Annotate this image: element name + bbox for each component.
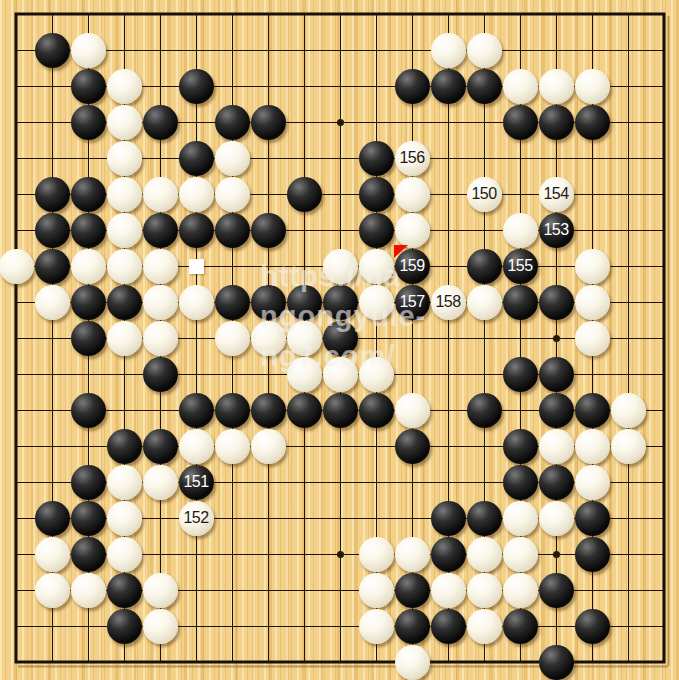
stone-white	[35, 537, 70, 572]
stone-black: 155	[503, 249, 538, 284]
stone-black	[71, 501, 106, 536]
stone-black	[395, 573, 430, 608]
stone-white: 154	[539, 177, 574, 212]
stone-black	[179, 393, 214, 428]
stone-white	[215, 177, 250, 212]
stone-white	[323, 357, 358, 392]
stone-white	[575, 285, 610, 320]
stone-black	[431, 609, 466, 644]
stone-white	[503, 537, 538, 572]
stone-black	[107, 609, 142, 644]
stone-white	[143, 609, 178, 644]
move-number-label: 157	[399, 294, 424, 310]
stone-white	[215, 429, 250, 464]
stone-black	[503, 285, 538, 320]
stone-black	[287, 393, 322, 428]
stone-black	[503, 105, 538, 140]
stone-white	[395, 393, 430, 428]
move-number-label: 152	[183, 510, 208, 526]
stone-black	[467, 249, 502, 284]
stone-black	[575, 393, 610, 428]
stone-black	[431, 69, 466, 104]
stone-white	[287, 321, 322, 356]
stone-black	[395, 609, 430, 644]
stone-black	[467, 69, 502, 104]
stone-white	[539, 501, 574, 536]
stone-black	[575, 105, 610, 140]
stone-white: 150	[467, 177, 502, 212]
stone-black	[323, 393, 358, 428]
move-number-label: 156	[399, 150, 424, 166]
stone-white	[575, 429, 610, 464]
stone-white	[251, 429, 286, 464]
stone-white	[359, 537, 394, 572]
stone-white	[359, 609, 394, 644]
stone-white	[143, 321, 178, 356]
stone-white	[0, 249, 34, 284]
stone-white	[431, 33, 466, 68]
stone-white: 156	[395, 141, 430, 176]
stone-black	[179, 141, 214, 176]
stone-white	[143, 285, 178, 320]
move-number-label: 151	[183, 474, 208, 490]
stone-black	[575, 501, 610, 536]
stone-black	[467, 501, 502, 536]
stone-white	[107, 105, 142, 140]
stone-black	[71, 177, 106, 212]
stone-white	[107, 321, 142, 356]
stone-white	[179, 177, 214, 212]
stone-white	[575, 69, 610, 104]
stone-white	[107, 213, 142, 248]
stone-black	[251, 285, 286, 320]
stone-black	[179, 213, 214, 248]
stone-black	[359, 213, 394, 248]
stone-white	[107, 465, 142, 500]
stone-black	[539, 645, 574, 680]
stone-black	[539, 573, 574, 608]
stone-white	[359, 357, 394, 392]
stone-black	[215, 105, 250, 140]
stone-white	[395, 645, 430, 680]
stone-white	[35, 285, 70, 320]
stone-black	[323, 321, 358, 356]
stone-black: 153	[539, 213, 574, 248]
stone-black: 151	[179, 465, 214, 500]
stone-black	[71, 69, 106, 104]
stone-white	[359, 249, 394, 284]
stone-black	[71, 393, 106, 428]
stone-black	[251, 105, 286, 140]
stone-black	[539, 465, 574, 500]
stone-white	[611, 393, 646, 428]
stone-black	[575, 537, 610, 572]
stone-black	[395, 69, 430, 104]
stone-black	[71, 321, 106, 356]
stone-white	[107, 141, 142, 176]
stone-black	[71, 465, 106, 500]
stone-white: 158	[431, 285, 466, 320]
stone-white	[503, 573, 538, 608]
stone-black	[539, 105, 574, 140]
stone-white	[611, 429, 646, 464]
stone-black	[107, 573, 142, 608]
stone-white	[143, 177, 178, 212]
move-number-label: 150	[471, 186, 496, 202]
go-board: 156150154153159155157158151152 https://n…	[0, 0, 679, 680]
stone-black	[179, 69, 214, 104]
stone-white	[107, 501, 142, 536]
stone-white	[503, 213, 538, 248]
stone-white	[467, 285, 502, 320]
white-square-marker	[189, 259, 204, 274]
stone-white	[467, 609, 502, 644]
stone-white	[575, 465, 610, 500]
stone-black	[215, 285, 250, 320]
stone-white	[539, 429, 574, 464]
stone-black: 157	[395, 285, 430, 320]
stone-white	[467, 573, 502, 608]
stone-white	[143, 465, 178, 500]
stone-black	[287, 285, 322, 320]
stone-white	[251, 321, 286, 356]
stone-black	[359, 141, 394, 176]
move-number-label: 153	[543, 222, 568, 238]
stone-black	[35, 249, 70, 284]
stone-black	[359, 393, 394, 428]
stone-black	[35, 501, 70, 536]
stone-white	[539, 69, 574, 104]
stone-black	[107, 429, 142, 464]
stone-black	[71, 537, 106, 572]
stone-black: 159	[395, 249, 430, 284]
stone-white	[395, 537, 430, 572]
stone-black	[539, 393, 574, 428]
stone-white	[215, 141, 250, 176]
stone-white	[107, 177, 142, 212]
stone-white	[107, 537, 142, 572]
stone-white	[575, 249, 610, 284]
stone-black	[71, 285, 106, 320]
stone-black	[431, 537, 466, 572]
stone-black	[107, 285, 142, 320]
stone-black	[539, 285, 574, 320]
stone-black	[323, 285, 358, 320]
stone-white	[179, 429, 214, 464]
stone-white	[35, 573, 70, 608]
stone-black	[431, 501, 466, 536]
stone-black	[251, 393, 286, 428]
stone-white	[107, 249, 142, 284]
stone-white: 152	[179, 501, 214, 536]
stone-white	[107, 69, 142, 104]
stone-black	[143, 429, 178, 464]
stone-black	[503, 429, 538, 464]
stone-white	[359, 285, 394, 320]
stone-white	[71, 33, 106, 68]
last-move-triangle-marker	[394, 245, 408, 258]
stone-black	[503, 357, 538, 392]
stone-black	[71, 213, 106, 248]
move-number-label: 158	[435, 294, 460, 310]
stone-black	[467, 393, 502, 428]
stone-white	[179, 285, 214, 320]
stone-white	[71, 573, 106, 608]
stone-white	[143, 573, 178, 608]
stone-white	[575, 321, 610, 356]
stone-black	[539, 357, 574, 392]
stone-black	[575, 609, 610, 644]
stone-black	[503, 609, 538, 644]
stone-black	[503, 465, 538, 500]
stone-white	[395, 213, 430, 248]
stone-black	[143, 357, 178, 392]
move-number-label: 154	[543, 186, 568, 202]
stone-black	[215, 213, 250, 248]
stone-black	[143, 213, 178, 248]
stone-white	[431, 573, 466, 608]
stone-black	[35, 177, 70, 212]
stone-white	[467, 33, 502, 68]
move-number-label: 155	[507, 258, 532, 274]
stone-white	[71, 249, 106, 284]
stone-black	[359, 177, 394, 212]
move-number-label: 159	[399, 258, 424, 274]
stone-white	[503, 501, 538, 536]
stone-black	[143, 105, 178, 140]
stone-black	[215, 393, 250, 428]
stone-white	[467, 537, 502, 572]
stone-white	[143, 249, 178, 284]
stone-white	[287, 357, 322, 392]
stone-black	[251, 213, 286, 248]
stone-black	[71, 105, 106, 140]
stone-black	[287, 177, 322, 212]
stone-white	[395, 177, 430, 212]
stone-black	[35, 213, 70, 248]
stone-black	[35, 33, 70, 68]
stone-white	[503, 69, 538, 104]
stone-white	[215, 321, 250, 356]
stone-black	[395, 429, 430, 464]
stone-white	[359, 573, 394, 608]
stone-white	[323, 249, 358, 284]
stones-layer: 156150154153159155157158151152	[0, 0, 679, 680]
